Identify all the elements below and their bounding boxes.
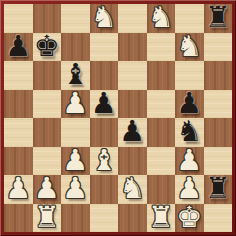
square-f7[interactable] xyxy=(147,33,176,62)
square-h7[interactable] xyxy=(204,33,233,62)
white-knight-icon: ♞ xyxy=(119,175,145,202)
square-d1[interactable] xyxy=(90,204,119,233)
square-b1[interactable]: ♜ xyxy=(33,204,62,233)
white-pawn-icon: ♟ xyxy=(62,90,88,117)
black-bishop-icon: ♝ xyxy=(62,61,88,88)
white-rook-icon: ♜ xyxy=(148,204,174,231)
white-knight-icon: ♞ xyxy=(148,4,174,31)
square-a6[interactable] xyxy=(4,61,33,90)
square-d6[interactable] xyxy=(90,61,119,90)
black-pawn-icon: ♟ xyxy=(119,118,145,145)
white-pawn-icon: ♟ xyxy=(62,147,88,174)
square-b5[interactable] xyxy=(33,90,62,119)
square-e1[interactable] xyxy=(118,204,147,233)
square-g3[interactable]: ♟ xyxy=(175,147,204,176)
square-b2[interactable]: ♟ xyxy=(33,175,62,204)
white-knight-icon: ♞ xyxy=(176,33,202,60)
square-f3[interactable] xyxy=(147,147,176,176)
square-h2[interactable]: ♜ xyxy=(204,175,233,204)
square-g6[interactable] xyxy=(175,61,204,90)
square-e7[interactable] xyxy=(118,33,147,62)
square-e4[interactable]: ♟ xyxy=(118,118,147,147)
black-pawn-icon: ♟ xyxy=(176,90,202,117)
square-g2[interactable]: ♟ xyxy=(175,175,204,204)
square-g8[interactable] xyxy=(175,4,204,33)
black-rook-icon: ♜ xyxy=(205,175,231,202)
square-a3[interactable] xyxy=(4,147,33,176)
square-c8[interactable] xyxy=(61,4,90,33)
square-d5[interactable]: ♟ xyxy=(90,90,119,119)
square-d7[interactable] xyxy=(90,33,119,62)
square-c5[interactable]: ♟ xyxy=(61,90,90,119)
square-a4[interactable] xyxy=(4,118,33,147)
square-h3[interactable] xyxy=(204,147,233,176)
square-c6[interactable]: ♝ xyxy=(61,61,90,90)
square-a1[interactable] xyxy=(4,204,33,233)
square-a2[interactable]: ♟ xyxy=(4,175,33,204)
square-c2[interactable]: ♟ xyxy=(61,175,90,204)
square-g7[interactable]: ♞ xyxy=(175,33,204,62)
square-a7[interactable]: ♟ xyxy=(4,33,33,62)
black-rook-icon: ♜ xyxy=(205,4,231,31)
square-c1[interactable] xyxy=(61,204,90,233)
square-e2[interactable]: ♞ xyxy=(118,175,147,204)
white-pawn-icon: ♟ xyxy=(176,175,202,202)
square-e3[interactable] xyxy=(118,147,147,176)
square-f4[interactable] xyxy=(147,118,176,147)
square-b7[interactable]: ♚ xyxy=(33,33,62,62)
black-pawn-icon: ♟ xyxy=(5,33,31,60)
square-d4[interactable] xyxy=(90,118,119,147)
square-b6[interactable] xyxy=(33,61,62,90)
square-g5[interactable]: ♟ xyxy=(175,90,204,119)
square-e5[interactable] xyxy=(118,90,147,119)
square-f2[interactable] xyxy=(147,175,176,204)
square-c7[interactable] xyxy=(61,33,90,62)
black-pawn-icon: ♟ xyxy=(91,90,117,117)
chess-board: ♞♞♜♟♚♞♝♟♟♟♟♞♟♝♟♟♟♟♞♟♜♜♜♚ xyxy=(4,4,232,232)
square-f8[interactable]: ♞ xyxy=(147,4,176,33)
square-h1[interactable] xyxy=(204,204,233,233)
square-f1[interactable]: ♜ xyxy=(147,204,176,233)
square-a8[interactable] xyxy=(4,4,33,33)
square-d2[interactable] xyxy=(90,175,119,204)
white-king-icon: ♚ xyxy=(176,204,202,231)
white-pawn-icon: ♟ xyxy=(176,147,202,174)
square-a5[interactable] xyxy=(4,90,33,119)
black-knight-icon: ♞ xyxy=(176,118,202,145)
white-rook-icon: ♜ xyxy=(34,204,60,231)
white-pawn-icon: ♟ xyxy=(5,175,31,202)
black-king-icon: ♚ xyxy=(34,33,60,60)
white-pawn-icon: ♟ xyxy=(34,175,60,202)
square-b4[interactable] xyxy=(33,118,62,147)
square-c3[interactable]: ♟ xyxy=(61,147,90,176)
square-h4[interactable] xyxy=(204,118,233,147)
square-g4[interactable]: ♞ xyxy=(175,118,204,147)
board-frame: ♞♞♜♟♚♞♝♟♟♟♟♞♟♝♟♟♟♟♞♟♜♜♜♚ xyxy=(0,0,236,236)
square-f5[interactable] xyxy=(147,90,176,119)
square-h6[interactable] xyxy=(204,61,233,90)
square-f6[interactable] xyxy=(147,61,176,90)
square-e8[interactable] xyxy=(118,4,147,33)
square-d8[interactable]: ♞ xyxy=(90,4,119,33)
square-h8[interactable]: ♜ xyxy=(204,4,233,33)
square-b8[interactable] xyxy=(33,4,62,33)
square-g1[interactable]: ♚ xyxy=(175,204,204,233)
square-d3[interactable]: ♝ xyxy=(90,147,119,176)
square-h5[interactable] xyxy=(204,90,233,119)
square-b3[interactable] xyxy=(33,147,62,176)
white-bishop-icon: ♝ xyxy=(91,147,117,174)
white-pawn-icon: ♟ xyxy=(62,175,88,202)
square-c4[interactable] xyxy=(61,118,90,147)
square-e6[interactable] xyxy=(118,61,147,90)
white-knight-icon: ♞ xyxy=(91,4,117,31)
